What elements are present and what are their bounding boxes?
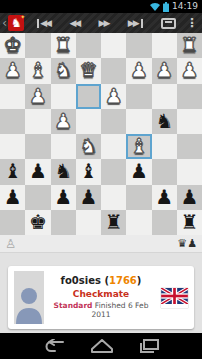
square-d4[interactable] — [101, 109, 126, 134]
square-c5[interactable]: ♝ — [126, 134, 151, 159]
square-h1[interactable]: ♚ — [0, 33, 25, 58]
square-e4[interactable] — [76, 109, 101, 134]
wifi-icon — [150, 2, 160, 11]
white-king: ♚ — [4, 33, 22, 58]
captured-material-strip: ♙ ♛♟ — [0, 235, 202, 253]
game-result: Checkmate — [44, 289, 158, 300]
black-pawn: ♟ — [54, 185, 72, 210]
forward-button[interactable]: ▶▶ — [99, 18, 111, 28]
square-f3[interactable] — [51, 84, 76, 109]
square-f6[interactable]: ♞ — [51, 159, 76, 184]
black-pawn: ♟ — [180, 185, 198, 210]
skip-to-start-button[interactable]: ◀◀ — [36, 18, 52, 28]
square-a5[interactable] — [177, 134, 202, 159]
white-pawn: ♟ — [29, 84, 47, 109]
chat-button[interactable] — [161, 18, 176, 29]
square-h6[interactable]: ♝ — [0, 159, 25, 184]
square-d8[interactable]: ♜ — [101, 210, 126, 235]
black-pawn: ♟ — [29, 159, 47, 184]
square-h8[interactable] — [0, 210, 25, 235]
avatar — [14, 271, 44, 324]
square-a3[interactable] — [177, 84, 202, 109]
square-b1[interactable] — [152, 33, 177, 58]
square-h5[interactable] — [0, 134, 25, 159]
black-knight: ♞ — [155, 109, 173, 134]
white-bishop: ♝ — [130, 134, 148, 159]
black-pawn: ♟ — [130, 159, 148, 184]
chess-app-window: 14:19 ‹ ♞ ✦ ◀◀ ◀◀ ▶▶ ▶▶ ⋮ ♚♜♜♟♝♞♛♟♟♟♟♟♟♞… — [0, 0, 202, 359]
white-bishop: ♝ — [29, 58, 47, 83]
black-pawn: ♟ — [4, 185, 22, 210]
white-pawn: ♟ — [130, 58, 148, 83]
square-g6[interactable]: ♟ — [25, 159, 50, 184]
square-c2[interactable]: ♟ — [126, 58, 151, 83]
square-g5[interactable] — [25, 134, 50, 159]
back-button[interactable] — [43, 339, 65, 353]
white-captured-pieces: ♙ — [5, 237, 16, 251]
square-g3[interactable]: ♟ — [25, 84, 50, 109]
black-bishop: ♝ — [79, 159, 97, 184]
player-name-line: fo0sies (1766) — [44, 275, 158, 288]
square-b8[interactable] — [152, 210, 177, 235]
recents-button[interactable] — [139, 339, 159, 353]
square-h7[interactable]: ♟ — [0, 185, 25, 210]
navigation-bar — [0, 333, 202, 359]
game-meta: Standard Finished 6 Feb 2011 — [44, 301, 158, 320]
square-a8[interactable]: ♜ — [177, 210, 202, 235]
square-a2[interactable]: ♟ — [177, 58, 202, 83]
black-pawn: ♟ — [155, 185, 173, 210]
square-h3[interactable] — [0, 84, 25, 109]
square-c8[interactable] — [126, 210, 151, 235]
square-f5[interactable] — [51, 134, 76, 159]
square-a4[interactable] — [177, 109, 202, 134]
square-c3[interactable] — [126, 84, 151, 109]
square-f7[interactable]: ♟ — [51, 185, 76, 210]
square-a6[interactable] — [177, 159, 202, 184]
black-rook: ♜ — [105, 210, 123, 235]
rewind-button[interactable]: ◀◀ — [69, 18, 81, 28]
square-e3[interactable] — [76, 84, 101, 109]
white-queen: ♛ — [79, 58, 97, 83]
square-f1[interactable]: ♜ — [51, 33, 76, 58]
white-pawn: ♟ — [155, 58, 173, 83]
white-pawn: ♟ — [4, 58, 22, 83]
square-g4[interactable] — [25, 109, 50, 134]
square-d1[interactable] — [101, 33, 126, 58]
uk-flag-icon — [161, 288, 188, 308]
square-e1[interactable] — [76, 33, 101, 58]
square-c1[interactable] — [126, 33, 151, 58]
square-c7[interactable] — [126, 185, 151, 210]
player-rating: 1766 — [109, 275, 137, 286]
finished-date: Finished 6 Feb 2011 — [91, 301, 148, 319]
app-icon[interactable]: ♞ ✦ — [8, 15, 24, 31]
white-knight: ♞ — [79, 134, 97, 159]
square-e7[interactable]: ♟ — [76, 185, 101, 210]
black-pawn: ♟ — [79, 185, 97, 210]
player-info: fo0sies (1766) Checkmate Standard Finish… — [44, 275, 158, 320]
square-e2[interactable]: ♛ — [76, 58, 101, 83]
square-c6[interactable]: ♟ — [126, 159, 151, 184]
square-a1[interactable]: ♜ — [177, 33, 202, 58]
up-chevron-icon[interactable]: ‹ — [2, 13, 7, 33]
white-pawn: ♟ — [180, 58, 198, 83]
game-info-area: fo0sies (1766) Checkmate Standard Finish… — [0, 253, 202, 333]
square-b5[interactable] — [152, 134, 177, 159]
square-h2[interactable]: ♟ — [0, 58, 25, 83]
black-king: ♚ — [29, 210, 47, 235]
white-rook: ♜ — [180, 33, 198, 58]
square-h4[interactable] — [0, 109, 25, 134]
overflow-menu-button[interactable]: ⋮ — [186, 13, 198, 33]
square-a7[interactable]: ♟ — [177, 185, 202, 210]
square-e6[interactable]: ♝ — [76, 159, 101, 184]
black-knight: ♞ — [54, 159, 72, 184]
square-d2[interactable] — [101, 58, 126, 83]
square-g8[interactable]: ♚ — [25, 210, 50, 235]
square-f8[interactable] — [51, 210, 76, 235]
square-b4[interactable]: ♞ — [152, 109, 177, 134]
square-b6[interactable] — [152, 159, 177, 184]
white-knight: ♞ — [54, 58, 72, 83]
square-b3[interactable] — [152, 84, 177, 109]
status-bar: 14:19 — [0, 0, 202, 13]
spark-icon: ✦ — [20, 14, 25, 20]
chess-board: ♚♜♜♟♝♞♛♟♟♟♟♟♟♞♞♝♝♟♞♝♟♟♟♟♟♟♚♜♜ — [0, 33, 202, 235]
square-e5[interactable]: ♞ — [76, 134, 101, 159]
black-bishop: ♝ — [4, 159, 22, 184]
skip-to-end-button[interactable]: ▶▶ — [128, 18, 144, 28]
square-f2[interactable]: ♞ — [51, 58, 76, 83]
square-d6[interactable] — [101, 159, 126, 184]
playback-controls: ◀◀ ◀◀ ▶▶ ▶▶ — [36, 18, 176, 29]
square-g2[interactable]: ♝ — [25, 58, 50, 83]
white-pawn: ♟ — [54, 109, 72, 134]
square-b2[interactable]: ♟ — [152, 58, 177, 83]
square-e8[interactable] — [76, 210, 101, 235]
action-bar: ‹ ♞ ✦ ◀◀ ◀◀ ▶▶ ▶▶ ⋮ — [0, 13, 202, 33]
game-mode: Standard — [54, 301, 93, 310]
square-d7[interactable] — [101, 185, 126, 210]
player-name: fo0sies — [61, 275, 101, 286]
square-b7[interactable]: ♟ — [152, 185, 177, 210]
white-pawn: ♟ — [105, 84, 123, 109]
status-clock: 14:19 — [172, 0, 198, 13]
square-f4[interactable]: ♟ — [51, 109, 76, 134]
square-d3[interactable]: ♟ — [101, 84, 126, 109]
home-button[interactable] — [90, 339, 114, 353]
square-g7[interactable] — [25, 185, 50, 210]
black-rook: ♜ — [180, 210, 198, 235]
white-rook: ♜ — [54, 33, 72, 58]
player-card[interactable]: fo0sies (1766) Checkmate Standard Finish… — [8, 266, 194, 329]
battery-icon — [163, 2, 169, 12]
black-captured-pieces: ♛♟ — [177, 237, 197, 250]
square-d5[interactable] — [101, 134, 126, 159]
square-g1[interactable] — [25, 33, 50, 58]
square-c4[interactable] — [126, 109, 151, 134]
